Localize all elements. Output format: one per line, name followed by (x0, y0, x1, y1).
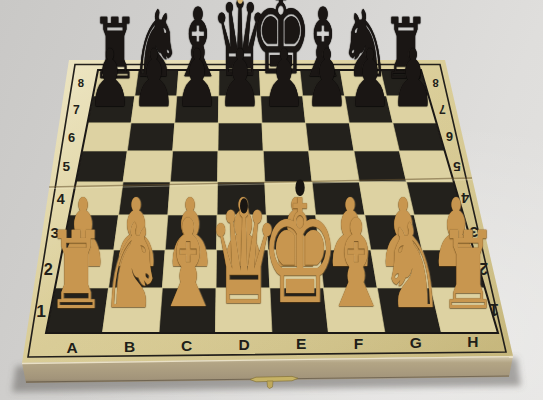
chess-set-photo: 8877665544332211ABCDEFGH ♜♞♝♛♚♝♞♜♟♟♟♟♟♟♟… (0, 0, 543, 400)
square-d6[interactable] (218, 123, 263, 151)
rank-label-left-5: 5 (63, 159, 71, 174)
square-c6[interactable] (173, 123, 219, 151)
square-e6[interactable] (262, 123, 309, 151)
rook-glyph: ♜ (438, 218, 497, 325)
square-a6[interactable] (82, 123, 131, 151)
square-b6[interactable] (127, 123, 175, 151)
square-f6[interactable] (306, 123, 354, 151)
piece-black-pawn-h7[interactable]: ♟ (383, 51, 443, 118)
file-label-A: A (67, 339, 78, 356)
file-label-H: H (467, 333, 478, 350)
rank-label-left-6: 6 (68, 130, 75, 145)
file-label-E: E (296, 335, 306, 352)
rank-label-right-6: 6 (446, 129, 453, 144)
file-label-F: F (354, 335, 363, 352)
rank-label-left-7: 7 (73, 103, 80, 117)
king-finial-tip (295, 179, 304, 196)
pawn-glyph: ♟ (392, 39, 436, 119)
piece-white-rook-h1[interactable]: ♜ (427, 234, 508, 325)
file-label-C: C (181, 337, 192, 354)
file-label-D: D (238, 336, 249, 353)
square-g6[interactable] (349, 123, 399, 151)
file-label-G: G (410, 334, 422, 351)
file-label-B: B (124, 338, 135, 355)
rank-label-right-5: 5 (453, 159, 461, 174)
